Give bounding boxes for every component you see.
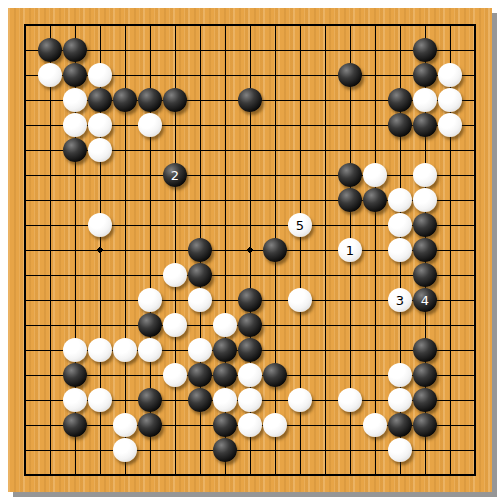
white-stone bbox=[338, 388, 362, 412]
black-stone bbox=[188, 363, 212, 387]
move-number-label: 3 bbox=[396, 294, 404, 307]
white-stone bbox=[238, 413, 262, 437]
black-stone bbox=[388, 113, 412, 137]
white-stone bbox=[88, 388, 112, 412]
white-stone bbox=[163, 263, 187, 287]
black-stone bbox=[63, 38, 87, 62]
white-stone bbox=[88, 338, 112, 362]
white-stone bbox=[163, 363, 187, 387]
white-stone bbox=[63, 88, 87, 112]
white-stone bbox=[388, 388, 412, 412]
black-stone bbox=[263, 238, 287, 262]
white-stone bbox=[113, 413, 137, 437]
black-stone bbox=[113, 88, 137, 112]
white-stone bbox=[138, 338, 162, 362]
white-stone bbox=[263, 413, 287, 437]
black-stone bbox=[238, 338, 262, 362]
white-stone bbox=[63, 388, 87, 412]
white-stone-move-5: 5 bbox=[288, 213, 312, 237]
white-stone bbox=[88, 138, 112, 162]
white-stone bbox=[113, 438, 137, 462]
white-stone bbox=[163, 313, 187, 337]
black-stone bbox=[413, 113, 437, 137]
black-stone bbox=[63, 138, 87, 162]
white-stone bbox=[413, 88, 437, 112]
black-stone bbox=[63, 413, 87, 437]
move-number-label: 4 bbox=[421, 294, 429, 307]
white-stone bbox=[363, 413, 387, 437]
white-stone bbox=[188, 288, 212, 312]
black-stone bbox=[238, 88, 262, 112]
move-number-label: 2 bbox=[171, 169, 179, 182]
black-stone bbox=[388, 413, 412, 437]
black-stone bbox=[338, 63, 362, 87]
white-stone bbox=[63, 338, 87, 362]
black-stone bbox=[213, 338, 237, 362]
black-stone bbox=[213, 438, 237, 462]
black-stone bbox=[163, 88, 187, 112]
black-stone bbox=[413, 63, 437, 87]
white-stone-move-1: 1 bbox=[338, 238, 362, 262]
white-stone bbox=[63, 113, 87, 137]
black-stone bbox=[413, 263, 437, 287]
white-stone bbox=[88, 63, 112, 87]
white-stone bbox=[88, 213, 112, 237]
black-stone bbox=[138, 413, 162, 437]
white-stone bbox=[188, 338, 212, 362]
black-stone bbox=[188, 388, 212, 412]
white-stone bbox=[288, 388, 312, 412]
white-stone bbox=[438, 113, 462, 137]
black-stone bbox=[413, 363, 437, 387]
black-stone bbox=[38, 38, 62, 62]
black-stone bbox=[213, 363, 237, 387]
white-stone bbox=[213, 388, 237, 412]
white-stone bbox=[138, 113, 162, 137]
white-stone bbox=[388, 188, 412, 212]
black-stone bbox=[213, 413, 237, 437]
page-background: 25134 bbox=[0, 0, 500, 500]
white-stone bbox=[438, 88, 462, 112]
white-stone bbox=[388, 213, 412, 237]
white-stone bbox=[238, 363, 262, 387]
black-stone bbox=[63, 363, 87, 387]
black-stone bbox=[238, 288, 262, 312]
white-stone bbox=[388, 238, 412, 262]
black-stone bbox=[263, 363, 287, 387]
black-stone bbox=[88, 88, 112, 112]
black-stone bbox=[63, 63, 87, 87]
black-stone bbox=[413, 213, 437, 237]
black-stone-move-2: 2 bbox=[163, 163, 187, 187]
white-stone bbox=[138, 288, 162, 312]
black-stone bbox=[388, 88, 412, 112]
black-stone bbox=[413, 238, 437, 262]
black-stone bbox=[238, 313, 262, 337]
black-stone bbox=[413, 388, 437, 412]
black-stone-move-4: 4 bbox=[413, 288, 437, 312]
move-number-label: 1 bbox=[346, 244, 354, 257]
black-stone bbox=[188, 238, 212, 262]
black-stone bbox=[413, 38, 437, 62]
white-stone bbox=[288, 288, 312, 312]
white-stone bbox=[363, 163, 387, 187]
black-stone bbox=[363, 188, 387, 212]
black-stone bbox=[338, 163, 362, 187]
black-stone bbox=[138, 88, 162, 112]
black-stone bbox=[413, 413, 437, 437]
white-stone bbox=[238, 388, 262, 412]
move-number-label: 5 bbox=[296, 219, 304, 232]
white-stone bbox=[388, 363, 412, 387]
white-stone bbox=[38, 63, 62, 87]
black-stone bbox=[413, 338, 437, 362]
white-stone bbox=[88, 113, 112, 137]
white-stone bbox=[413, 163, 437, 187]
white-stone bbox=[413, 188, 437, 212]
white-stone bbox=[113, 338, 137, 362]
white-stone bbox=[213, 313, 237, 337]
white-stone bbox=[388, 438, 412, 462]
black-stone bbox=[138, 388, 162, 412]
black-stone bbox=[188, 263, 212, 287]
black-stone bbox=[338, 188, 362, 212]
black-stone bbox=[138, 313, 162, 337]
white-stone bbox=[438, 63, 462, 87]
white-stone-move-3: 3 bbox=[388, 288, 412, 312]
